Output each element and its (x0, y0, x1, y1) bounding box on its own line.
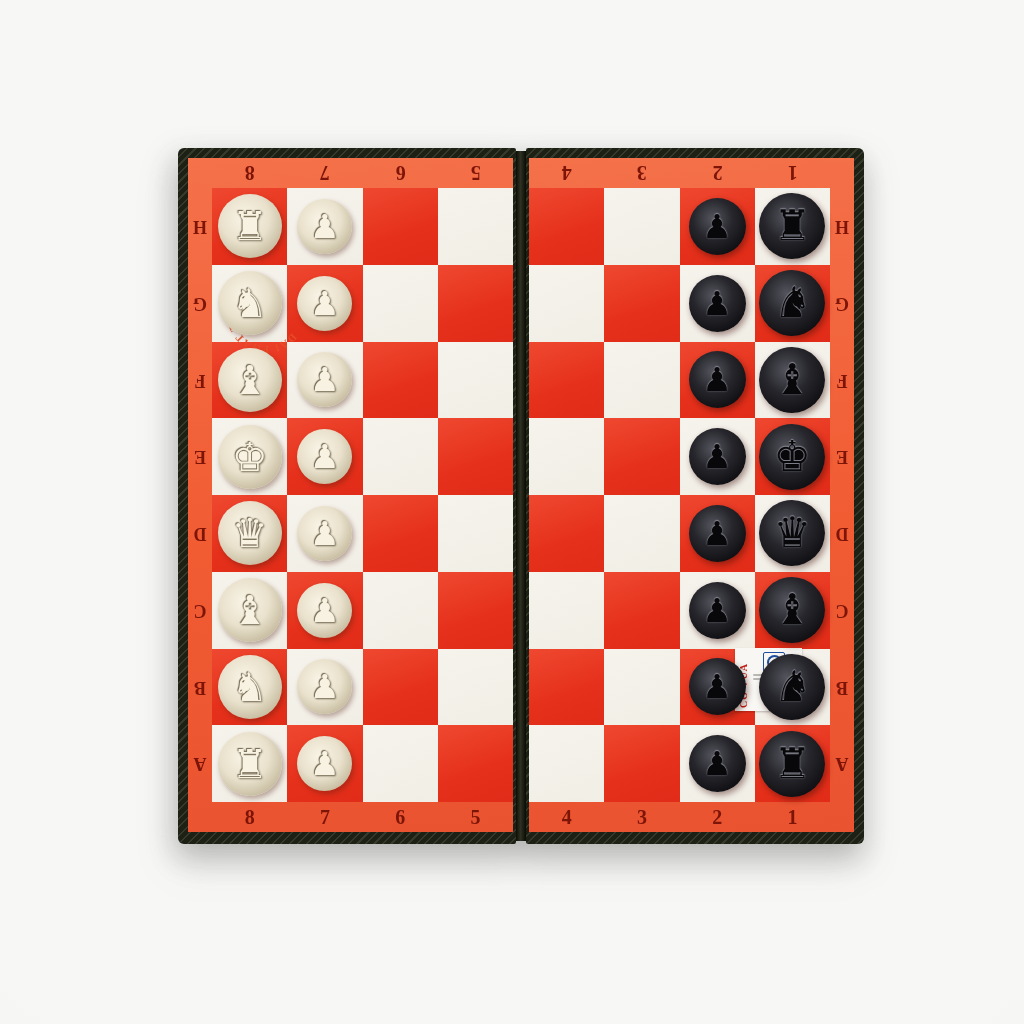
rank-label-4: 4 (529, 802, 604, 832)
piece-black-knight-B1: ♞ (759, 654, 825, 720)
square-D7: ♟ (287, 495, 362, 572)
piece-glyph: ♟ (702, 670, 732, 703)
piece-glyph: ♚ (232, 437, 268, 477)
rank-labels-bottom-right: 4321 (529, 802, 830, 832)
square-A2: ♟ (680, 725, 755, 802)
piece-black-king-E1: ♚ (759, 424, 825, 490)
square-D1: ♛ (755, 495, 830, 572)
piece-white-rook-H8: ♜ (218, 194, 282, 258)
piece-white-bishop-F8: ♝ (218, 348, 282, 412)
square-E2: ♟ (680, 418, 755, 495)
square-E1: ♚ (755, 418, 830, 495)
square-G4 (529, 265, 604, 342)
piece-glyph: ♟ (310, 594, 340, 627)
rank-label-7: 7 (287, 802, 362, 832)
board-hinge (516, 151, 526, 840)
photo-background: 8765 HGFEDCBA ♜♟♞♟♝♟♚♟♛♟♝♟♞♟♜♟ 8765 DAI … (0, 0, 1024, 1024)
square-F6 (363, 342, 438, 419)
square-E8: ♚ (212, 418, 287, 495)
piece-white-pawn-A7: ♟ (297, 736, 352, 791)
piece-glyph: ♜ (774, 743, 812, 785)
board-left-half: 8765 HGFEDCBA ♜♟♞♟♝♟♚♟♛♟♝♟♞♟♜♟ 8765 DAI … (178, 148, 516, 844)
piece-glyph: ♜ (774, 205, 812, 247)
file-label-A: A (188, 725, 212, 802)
file-label-F: F (830, 342, 854, 419)
file-label-D: D (188, 495, 212, 572)
square-H6 (363, 188, 438, 265)
rank-label-1: 1 (755, 158, 830, 188)
piece-black-knight-G1: ♞ (759, 270, 825, 336)
piece-glyph: ♛ (774, 512, 812, 554)
square-C5 (438, 572, 513, 649)
piece-black-rook-A1: ♜ (759, 731, 825, 797)
piece-white-rook-A8: ♜ (218, 732, 282, 796)
piece-glyph: ♟ (310, 210, 340, 243)
square-H7: ♟ (287, 188, 362, 265)
square-A3 (604, 725, 679, 802)
piece-glyph: ♟ (310, 440, 340, 473)
piece-white-pawn-H7: ♟ (297, 199, 352, 254)
square-C1: ♝ (755, 572, 830, 649)
square-F3 (604, 342, 679, 419)
file-label-B: B (188, 649, 212, 726)
square-F1: ♝ (755, 342, 830, 419)
piece-white-pawn-E7: ♟ (297, 429, 352, 484)
piece-glyph: ♟ (310, 517, 340, 550)
square-F7: ♟ (287, 342, 362, 419)
rank-label-3: 3 (604, 158, 679, 188)
square-F4 (529, 342, 604, 419)
square-C2: ♟ (680, 572, 755, 649)
file-label-E: E (830, 418, 854, 495)
piece-black-pawn-A2: ♟ (689, 735, 746, 792)
piece-glyph: ♟ (702, 287, 732, 320)
square-D3 (604, 495, 679, 572)
file-label-H: H (830, 188, 854, 265)
piece-glyph: ♛ (232, 513, 268, 553)
file-label-E: E (188, 418, 212, 495)
file-label-C: C (830, 572, 854, 649)
square-D5 (438, 495, 513, 572)
rank-label-5: 5 (438, 158, 513, 188)
square-G2: ♟ (680, 265, 755, 342)
file-label-H: H (188, 188, 212, 265)
square-H3 (604, 188, 679, 265)
piece-white-king-E8: ♚ (218, 425, 282, 489)
piece-glyph: ♜ (232, 206, 268, 246)
board-right-half: 4321 HGFEDCBA ♟♜♟♞♟♝♟♚♟♛♟♝♟♞♟♜ 4321 (526, 148, 864, 844)
piece-glyph: ♚ (774, 436, 812, 478)
piece-glyph: ♞ (774, 666, 812, 708)
piece-glyph: ♝ (232, 590, 268, 630)
piece-glyph: ♟ (702, 363, 732, 396)
piece-glyph: ♞ (774, 282, 812, 324)
square-G6 (363, 265, 438, 342)
piece-glyph: ♟ (702, 440, 732, 473)
square-A4 (529, 725, 604, 802)
piece-black-rook-H1: ♜ (759, 193, 825, 259)
piece-glyph: ♟ (310, 363, 340, 396)
file-label-A: A (830, 725, 854, 802)
piece-white-pawn-F7: ♟ (297, 352, 352, 407)
square-H8: ♜ (212, 188, 287, 265)
piece-glyph: ♝ (774, 359, 812, 401)
piece-white-knight-G8: ♞ (218, 271, 282, 335)
piece-glyph: ♟ (310, 747, 340, 780)
rank-label-6: 6 (363, 802, 438, 832)
square-C3 (604, 572, 679, 649)
square-E7: ♟ (287, 418, 362, 495)
square-A8: ♜ (212, 725, 287, 802)
square-F2: ♟ (680, 342, 755, 419)
square-C4 (529, 572, 604, 649)
square-H5 (438, 188, 513, 265)
piece-white-queen-D8: ♛ (218, 501, 282, 565)
rank-labels-bottom-left: 8765 (212, 802, 513, 832)
checker-grid-right: ♟♜♟♞♟♝♟♚♟♛♟♝♟♞♟♜ (529, 188, 830, 802)
square-A7: ♟ (287, 725, 362, 802)
piece-glyph: ♝ (774, 589, 812, 631)
piece-black-bishop-C1: ♝ (759, 577, 825, 643)
right-orange-frame: 4321 HGFEDCBA ♟♜♟♞♟♝♟♚♟♛♟♝♟♞♟♜ 4321 (529, 158, 854, 832)
piece-white-pawn-B7: ♟ (297, 659, 352, 714)
square-E3 (604, 418, 679, 495)
square-D8: ♛ (212, 495, 287, 572)
piece-black-pawn-C2: ♟ (689, 582, 746, 639)
rank-labels-top-right: 4321 (529, 158, 830, 188)
piece-glyph: ♞ (232, 667, 268, 707)
file-label-D: D (830, 495, 854, 572)
rank-label-4: 4 (529, 158, 604, 188)
piece-white-pawn-D7: ♟ (297, 506, 352, 561)
square-D2: ♟ (680, 495, 755, 572)
rank-label-1: 1 (755, 802, 830, 832)
square-E4 (529, 418, 604, 495)
rank-label-7: 7 (287, 158, 362, 188)
square-H2: ♟ (680, 188, 755, 265)
piece-black-pawn-E2: ♟ (689, 428, 746, 485)
piece-black-pawn-B2: ♟ (689, 658, 746, 715)
checker-grid-left: ♜♟♞♟♝♟♚♟♛♟♝♟♞♟♜♟ (212, 188, 513, 802)
piece-glyph: ♟ (702, 210, 732, 243)
piece-white-bishop-C8: ♝ (218, 578, 282, 642)
rank-label-2: 2 (680, 802, 755, 832)
rank-label-6: 6 (363, 158, 438, 188)
piece-black-queen-D1: ♛ (759, 500, 825, 566)
square-F5 (438, 342, 513, 419)
piece-white-pawn-G7: ♟ (297, 276, 352, 331)
left-orange-frame: 8765 HGFEDCBA ♜♟♞♟♝♟♚♟♛♟♝♟♞♟♜♟ 8765 (188, 158, 513, 832)
file-labels-left-edge: HGFEDCBA (188, 188, 212, 802)
piece-glyph: ♜ (232, 744, 268, 784)
square-C8: ♝ (212, 572, 287, 649)
rank-label-2: 2 (680, 158, 755, 188)
piece-black-pawn-F2: ♟ (689, 351, 746, 408)
piece-glyph: ♟ (702, 517, 732, 550)
square-G3 (604, 265, 679, 342)
file-label-F: F (188, 342, 212, 419)
square-D6 (363, 495, 438, 572)
chess-board: 8765 HGFEDCBA ♜♟♞♟♝♟♚♟♛♟♝♟♞♟♜♟ 8765 DAI … (178, 148, 864, 844)
square-B5 (438, 649, 513, 726)
piece-black-pawn-H2: ♟ (689, 198, 746, 255)
piece-glyph: ♟ (310, 287, 340, 320)
piece-glyph: ♟ (702, 594, 732, 627)
piece-black-pawn-D2: ♟ (689, 505, 746, 562)
square-B4 (529, 649, 604, 726)
piece-glyph: ♟ (310, 670, 340, 703)
piece-white-pawn-C7: ♟ (297, 583, 352, 638)
rank-label-3: 3 (604, 802, 679, 832)
piece-white-knight-B8: ♞ (218, 655, 282, 719)
square-B8: ♞ (212, 649, 287, 726)
square-C7: ♟ (287, 572, 362, 649)
square-B6 (363, 649, 438, 726)
file-label-G: G (188, 265, 212, 342)
square-A6 (363, 725, 438, 802)
piece-glyph: ♞ (232, 283, 268, 323)
file-labels-right-edge: HGFEDCBA (830, 188, 854, 802)
square-H1: ♜ (755, 188, 830, 265)
file-label-B: B (830, 649, 854, 726)
rank-labels-top-left: 8765 (212, 158, 513, 188)
square-C6 (363, 572, 438, 649)
square-H4 (529, 188, 604, 265)
piece-glyph: ♟ (702, 747, 732, 780)
piece-glyph: ♝ (232, 360, 268, 400)
square-A1: ♜ (755, 725, 830, 802)
square-B7: ♟ (287, 649, 362, 726)
square-B3 (604, 649, 679, 726)
square-E6 (363, 418, 438, 495)
square-G5 (438, 265, 513, 342)
square-D4 (529, 495, 604, 572)
square-E5 (438, 418, 513, 495)
file-label-C: C (188, 572, 212, 649)
rank-label-5: 5 (438, 802, 513, 832)
file-label-G: G (830, 265, 854, 342)
piece-black-bishop-F1: ♝ (759, 347, 825, 413)
square-A5 (438, 725, 513, 802)
piece-black-pawn-G2: ♟ (689, 275, 746, 332)
rank-label-8: 8 (212, 802, 287, 832)
rank-label-8: 8 (212, 158, 287, 188)
square-G1: ♞ (755, 265, 830, 342)
